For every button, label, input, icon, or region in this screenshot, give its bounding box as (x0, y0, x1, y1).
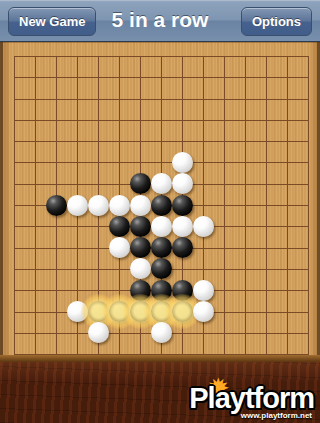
board-cell[interactable] (214, 322, 235, 343)
board-cell[interactable] (235, 173, 256, 194)
black-stone (151, 258, 172, 279)
board-cell[interactable] (193, 109, 214, 130)
board-cell[interactable] (25, 152, 46, 173)
board-cell[interactable] (46, 45, 67, 66)
board-cell[interactable] (193, 194, 214, 215)
board-cell[interactable] (46, 322, 67, 343)
board-cell[interactable] (25, 258, 46, 279)
board-cell[interactable] (4, 88, 25, 109)
board-cell[interactable] (256, 194, 277, 215)
board-cell[interactable] (67, 216, 88, 237)
board-cell[interactable] (298, 194, 319, 215)
board-cell[interactable] (193, 152, 214, 173)
board-cell[interactable] (67, 130, 88, 151)
board-cell[interactable] (256, 173, 277, 194)
board-cell[interactable] (4, 322, 25, 343)
black-stone (130, 173, 151, 194)
board-cell[interactable] (25, 280, 46, 301)
board-cell[interactable] (172, 194, 193, 215)
white-stone (130, 195, 151, 216)
board-cell[interactable] (256, 45, 277, 66)
board-cell[interactable] (46, 88, 67, 109)
board-cell[interactable] (277, 194, 298, 215)
board-cell[interactable] (235, 322, 256, 343)
board-cell[interactable] (277, 258, 298, 279)
board-cell[interactable] (46, 152, 67, 173)
board-cell[interactable] (67, 258, 88, 279)
logo-url: www.playtform.net (189, 411, 314, 420)
board-cell[interactable] (277, 237, 298, 258)
board-cell[interactable] (298, 322, 319, 343)
white-stone (193, 216, 214, 237)
board-cell[interactable] (214, 130, 235, 151)
playtform-logo[interactable]: ✹ Playtform www.playtform.net (189, 384, 314, 420)
board-cell[interactable] (172, 152, 193, 173)
board-cell[interactable] (214, 280, 235, 301)
board-cell[interactable] (25, 301, 46, 322)
game-board[interactable] (0, 42, 320, 355)
board-cell[interactable] (235, 301, 256, 322)
board-cell[interactable] (193, 280, 214, 301)
board-cell[interactable] (235, 45, 256, 66)
white-stone (151, 216, 172, 237)
app-screen: New Game 5 in a row Options ✹ Playtform … (0, 0, 320, 423)
board-cell[interactable] (193, 88, 214, 109)
board-cell[interactable] (109, 237, 130, 258)
white-stone (109, 195, 130, 216)
board-cell[interactable] (214, 45, 235, 66)
board-cell[interactable] (298, 130, 319, 151)
board-cell[interactable] (130, 130, 151, 151)
board-cell[interactable] (277, 301, 298, 322)
white-stone (172, 173, 193, 194)
board-cell[interactable] (298, 237, 319, 258)
logo-text: Playtform (189, 382, 314, 414)
board-cell[interactable] (172, 301, 193, 322)
board-cell[interactable] (109, 88, 130, 109)
white-stone (88, 322, 109, 343)
board-cell[interactable] (256, 152, 277, 173)
board-cell[interactable] (88, 67, 109, 88)
board-cell[interactable] (298, 280, 319, 301)
board-cell[interactable] (235, 216, 256, 237)
board-cell[interactable] (109, 173, 130, 194)
board-cell[interactable] (151, 194, 172, 215)
white-stone (172, 152, 193, 173)
board-cell[interactable] (130, 109, 151, 130)
board-cell[interactable] (214, 173, 235, 194)
board-cell[interactable] (298, 152, 319, 173)
board-cell[interactable] (109, 194, 130, 215)
board-cell[interactable] (235, 88, 256, 109)
board-cell[interactable] (193, 216, 214, 237)
board-cell[interactable] (46, 130, 67, 151)
board-cell[interactable] (46, 280, 67, 301)
board-cell[interactable] (193, 237, 214, 258)
board-cell[interactable] (151, 322, 172, 343)
board-cell[interactable] (277, 322, 298, 343)
board-cell[interactable] (67, 67, 88, 88)
board-cell[interactable] (67, 152, 88, 173)
board-cell[interactable] (172, 216, 193, 237)
board-cell[interactable] (151, 45, 172, 66)
board-cell[interactable] (130, 258, 151, 279)
board-cell[interactable] (25, 173, 46, 194)
black-stone (46, 195, 67, 216)
board-cell[interactable] (256, 109, 277, 130)
board-cell[interactable] (46, 173, 67, 194)
board-cell[interactable] (193, 67, 214, 88)
board-cell[interactable] (298, 67, 319, 88)
board-grid (4, 45, 319, 364)
board-cell[interactable] (4, 45, 25, 66)
board-cell[interactable] (109, 258, 130, 279)
board-cell[interactable] (88, 109, 109, 130)
board-cell[interactable] (4, 280, 25, 301)
board-cell[interactable] (277, 216, 298, 237)
board-cell[interactable] (235, 258, 256, 279)
board-cell[interactable] (109, 67, 130, 88)
white-stone (88, 195, 109, 216)
board-cell[interactable] (25, 109, 46, 130)
board-cell[interactable] (46, 216, 67, 237)
board-cell[interactable] (67, 280, 88, 301)
white-stone (109, 237, 130, 258)
board-cell[interactable] (88, 322, 109, 343)
white-stone (151, 322, 172, 343)
board-cell[interactable] (151, 67, 172, 88)
board-cell[interactable] (88, 194, 109, 215)
board-cell[interactable] (193, 322, 214, 343)
board-cell[interactable] (4, 130, 25, 151)
board-cell[interactable] (277, 109, 298, 130)
board-cell[interactable] (298, 173, 319, 194)
board-cell[interactable] (256, 280, 277, 301)
board-cell[interactable] (193, 301, 214, 322)
board-cell[interactable] (214, 88, 235, 109)
board-cell[interactable] (151, 130, 172, 151)
navigation-bar: New Game 5 in a row Options (0, 0, 320, 42)
board-cell[interactable] (88, 216, 109, 237)
board-cell[interactable] (67, 88, 88, 109)
board-cell[interactable] (298, 216, 319, 237)
white-stone (151, 173, 172, 194)
board-cell[interactable] (109, 45, 130, 66)
black-stone (130, 216, 151, 237)
board-cell[interactable] (277, 88, 298, 109)
board-cell[interactable] (298, 45, 319, 66)
board-cell[interactable] (277, 280, 298, 301)
board-cell[interactable] (4, 109, 25, 130)
black-stone (172, 237, 193, 258)
board-cell[interactable] (298, 88, 319, 109)
board-cell[interactable] (256, 88, 277, 109)
board-cell[interactable] (130, 173, 151, 194)
board-cell[interactable] (130, 194, 151, 215)
board-cell[interactable] (88, 88, 109, 109)
board-cell[interactable] (130, 152, 151, 173)
board-cell[interactable] (256, 258, 277, 279)
board-cell[interactable] (193, 130, 214, 151)
board-cell[interactable] (193, 45, 214, 66)
board-cell[interactable] (130, 67, 151, 88)
board-cell[interactable] (235, 152, 256, 173)
board-cell[interactable] (298, 109, 319, 130)
board-cell[interactable] (277, 67, 298, 88)
board-cell[interactable] (277, 130, 298, 151)
board-cell[interactable] (172, 88, 193, 109)
board-cell[interactable] (25, 216, 46, 237)
board-cell[interactable] (277, 45, 298, 66)
board-cell[interactable] (235, 194, 256, 215)
white-stone (193, 301, 214, 322)
board-cell[interactable] (151, 216, 172, 237)
board-cell[interactable] (130, 237, 151, 258)
board-cell[interactable] (25, 67, 46, 88)
board-cell[interactable] (67, 45, 88, 66)
board-cell[interactable] (46, 67, 67, 88)
board-cell[interactable] (151, 258, 172, 279)
white-stone (193, 280, 214, 301)
black-stone (151, 237, 172, 258)
black-stone (151, 195, 172, 216)
board-cell[interactable] (151, 88, 172, 109)
board-cell[interactable] (235, 280, 256, 301)
board-cell[interactable] (172, 258, 193, 279)
black-stone (109, 216, 130, 237)
board-cell[interactable] (172, 109, 193, 130)
board-front-edge (0, 355, 320, 362)
white-stone (172, 216, 193, 237)
board-cell[interactable] (256, 237, 277, 258)
board-cell[interactable] (25, 45, 46, 66)
board-cell[interactable] (256, 301, 277, 322)
board-cell[interactable] (151, 237, 172, 258)
board-cell[interactable] (46, 237, 67, 258)
board-cell[interactable] (256, 67, 277, 88)
board-cell[interactable] (109, 109, 130, 130)
board-cell[interactable] (151, 109, 172, 130)
board-cell[interactable] (277, 152, 298, 173)
board-cell[interactable] (214, 216, 235, 237)
board-cell[interactable] (130, 88, 151, 109)
board-cell[interactable] (109, 152, 130, 173)
black-stone (172, 301, 193, 322)
board-cell[interactable] (298, 258, 319, 279)
board-cell[interactable] (172, 130, 193, 151)
board-cell[interactable] (277, 173, 298, 194)
board-cell[interactable] (67, 109, 88, 130)
board-cell[interactable] (88, 173, 109, 194)
board-cell[interactable] (172, 45, 193, 66)
board-cell[interactable] (88, 45, 109, 66)
black-stone (130, 237, 151, 258)
board-cell[interactable] (298, 301, 319, 322)
board-cell[interactable] (88, 152, 109, 173)
board-cell[interactable] (151, 173, 172, 194)
board-cell[interactable] (4, 194, 25, 215)
board-cell[interactable] (193, 173, 214, 194)
board-cell[interactable] (4, 173, 25, 194)
board-cell[interactable] (46, 301, 67, 322)
board-cell[interactable] (109, 216, 130, 237)
board-cell[interactable] (172, 67, 193, 88)
board-cell[interactable] (256, 322, 277, 343)
new-game-button[interactable]: New Game (8, 7, 96, 36)
board-cell[interactable] (193, 258, 214, 279)
board-cell[interactable] (235, 237, 256, 258)
board-cell[interactable] (151, 152, 172, 173)
board-cell[interactable] (4, 237, 25, 258)
board-cell[interactable] (4, 216, 25, 237)
white-stone (130, 258, 151, 279)
board-cell[interactable] (256, 130, 277, 151)
board-cell[interactable] (67, 173, 88, 194)
board-cell[interactable] (25, 130, 46, 151)
board-cell[interactable] (88, 130, 109, 151)
board-cell[interactable] (214, 67, 235, 88)
board-cell[interactable] (46, 258, 67, 279)
white-stone (67, 195, 88, 216)
board-cell[interactable] (67, 194, 88, 215)
board-cell[interactable] (4, 258, 25, 279)
board-cell[interactable] (67, 322, 88, 343)
board-cell[interactable] (25, 194, 46, 215)
table-background: ✹ Playtform www.playtform.net (0, 362, 320, 423)
board-cell[interactable] (25, 237, 46, 258)
board-cell[interactable] (67, 237, 88, 258)
board-cell[interactable] (130, 45, 151, 66)
board-cell[interactable] (4, 301, 25, 322)
board-cell[interactable] (25, 322, 46, 343)
board-cell[interactable] (214, 194, 235, 215)
board-cell[interactable] (235, 109, 256, 130)
board-cell[interactable] (214, 301, 235, 322)
board-cell[interactable] (25, 88, 46, 109)
board-cell[interactable] (109, 130, 130, 151)
board-cell[interactable] (214, 237, 235, 258)
board-cell[interactable] (130, 216, 151, 237)
board-cell[interactable] (46, 109, 67, 130)
black-stone (172, 195, 193, 216)
board-cell[interactable] (88, 237, 109, 258)
board-cell[interactable] (88, 258, 109, 279)
board-cell[interactable] (172, 173, 193, 194)
board-cell[interactable] (214, 152, 235, 173)
board-cell[interactable] (235, 130, 256, 151)
board-cell[interactable] (4, 152, 25, 173)
board-cell[interactable] (4, 67, 25, 88)
board-cell[interactable] (214, 258, 235, 279)
board-cell[interactable] (256, 216, 277, 237)
board-cell[interactable] (46, 194, 67, 215)
board-cell[interactable] (172, 237, 193, 258)
options-button[interactable]: Options (241, 7, 312, 36)
board-cell[interactable] (214, 109, 235, 130)
board-cell[interactable] (235, 67, 256, 88)
